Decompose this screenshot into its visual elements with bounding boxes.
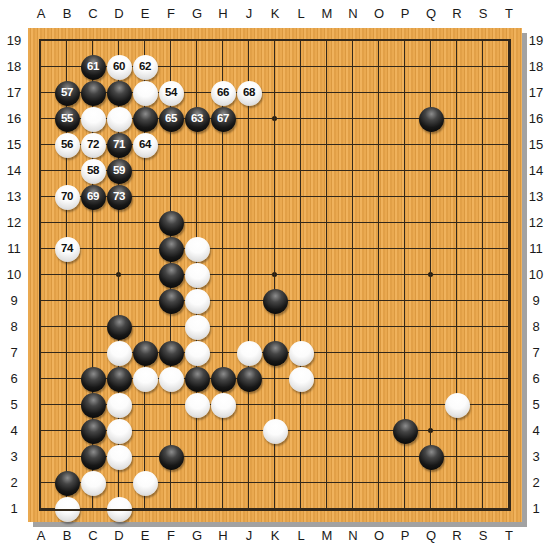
intersection-C16[interactable]: [80, 106, 106, 132]
intersection-C9[interactable]: [80, 288, 106, 314]
intersection-M3[interactable]: [314, 444, 340, 470]
intersection-Q16[interactable]: [418, 106, 444, 132]
intersection-S14[interactable]: [470, 158, 496, 184]
intersection-J11[interactable]: [236, 236, 262, 262]
intersection-D12[interactable]: [106, 210, 132, 236]
intersection-O18[interactable]: [366, 54, 392, 80]
intersection-P1[interactable]: [392, 496, 418, 522]
intersection-D11[interactable]: [106, 236, 132, 262]
intersection-K14[interactable]: [262, 158, 288, 184]
intersection-O9[interactable]: [366, 288, 392, 314]
intersection-L15[interactable]: [288, 132, 314, 158]
intersection-L4[interactable]: [288, 418, 314, 444]
intersection-T2[interactable]: [496, 470, 522, 496]
intersection-P11[interactable]: [392, 236, 418, 262]
intersection-G19[interactable]: [184, 28, 210, 54]
intersection-C10[interactable]: [80, 262, 106, 288]
intersection-L12[interactable]: [288, 210, 314, 236]
intersection-D8[interactable]: [106, 314, 132, 340]
intersection-Q18[interactable]: [418, 54, 444, 80]
intersection-S5[interactable]: [470, 392, 496, 418]
intersection-A17[interactable]: [28, 80, 54, 106]
intersection-M8[interactable]: [314, 314, 340, 340]
intersection-A12[interactable]: [28, 210, 54, 236]
intersection-P6[interactable]: [392, 366, 418, 392]
intersection-A5[interactable]: [28, 392, 54, 418]
intersection-R13[interactable]: [444, 184, 470, 210]
intersection-D18[interactable]: 60: [106, 54, 132, 80]
intersection-C19[interactable]: [80, 28, 106, 54]
intersection-E19[interactable]: [132, 28, 158, 54]
intersection-E18[interactable]: 62: [132, 54, 158, 80]
intersection-D17[interactable]: [106, 80, 132, 106]
intersection-S19[interactable]: [470, 28, 496, 54]
intersection-A15[interactable]: [28, 132, 54, 158]
intersection-B19[interactable]: [54, 28, 80, 54]
intersection-L3[interactable]: [288, 444, 314, 470]
intersection-H16[interactable]: 67: [210, 106, 236, 132]
intersection-N7[interactable]: [340, 340, 366, 366]
intersection-A2[interactable]: [28, 470, 54, 496]
intersection-B2[interactable]: [54, 470, 80, 496]
intersection-F4[interactable]: [158, 418, 184, 444]
intersection-P14[interactable]: [392, 158, 418, 184]
intersection-B8[interactable]: [54, 314, 80, 340]
intersection-R15[interactable]: [444, 132, 470, 158]
intersection-J15[interactable]: [236, 132, 262, 158]
intersection-B18[interactable]: [54, 54, 80, 80]
intersection-M5[interactable]: [314, 392, 340, 418]
intersection-O7[interactable]: [366, 340, 392, 366]
intersection-C13[interactable]: 69: [80, 184, 106, 210]
intersection-G14[interactable]: [184, 158, 210, 184]
intersection-J13[interactable]: [236, 184, 262, 210]
intersection-K4[interactable]: [262, 418, 288, 444]
intersection-P17[interactable]: [392, 80, 418, 106]
intersection-L17[interactable]: [288, 80, 314, 106]
intersection-H8[interactable]: [210, 314, 236, 340]
intersection-T16[interactable]: [496, 106, 522, 132]
intersection-E1[interactable]: [132, 496, 158, 522]
intersection-L8[interactable]: [288, 314, 314, 340]
intersection-Q5[interactable]: [418, 392, 444, 418]
intersection-B12[interactable]: [54, 210, 80, 236]
intersection-H4[interactable]: [210, 418, 236, 444]
intersection-A18[interactable]: [28, 54, 54, 80]
intersection-R5[interactable]: [444, 392, 470, 418]
intersection-D14[interactable]: 59: [106, 158, 132, 184]
intersection-F6[interactable]: [158, 366, 184, 392]
intersection-D3[interactable]: [106, 444, 132, 470]
intersection-J12[interactable]: [236, 210, 262, 236]
intersection-C11[interactable]: [80, 236, 106, 262]
intersection-O2[interactable]: [366, 470, 392, 496]
intersection-N18[interactable]: [340, 54, 366, 80]
intersection-G17[interactable]: [184, 80, 210, 106]
intersection-G12[interactable]: [184, 210, 210, 236]
intersection-H10[interactable]: [210, 262, 236, 288]
intersection-H17[interactable]: 66: [210, 80, 236, 106]
intersection-M15[interactable]: [314, 132, 340, 158]
intersection-F19[interactable]: [158, 28, 184, 54]
intersection-R9[interactable]: [444, 288, 470, 314]
intersection-S2[interactable]: [470, 470, 496, 496]
intersection-H12[interactable]: [210, 210, 236, 236]
intersection-G6[interactable]: [184, 366, 210, 392]
intersection-B9[interactable]: [54, 288, 80, 314]
intersection-K15[interactable]: [262, 132, 288, 158]
intersection-H2[interactable]: [210, 470, 236, 496]
intersection-N8[interactable]: [340, 314, 366, 340]
intersection-O3[interactable]: [366, 444, 392, 470]
intersection-J16[interactable]: [236, 106, 262, 132]
intersection-O11[interactable]: [366, 236, 392, 262]
intersection-M14[interactable]: [314, 158, 340, 184]
intersection-F14[interactable]: [158, 158, 184, 184]
intersection-P15[interactable]: [392, 132, 418, 158]
intersection-H7[interactable]: [210, 340, 236, 366]
intersection-H1[interactable]: [210, 496, 236, 522]
intersection-K10[interactable]: [262, 262, 288, 288]
intersection-G7[interactable]: [184, 340, 210, 366]
intersection-T15[interactable]: [496, 132, 522, 158]
intersection-R14[interactable]: [444, 158, 470, 184]
intersection-K9[interactable]: [262, 288, 288, 314]
intersection-B4[interactable]: [54, 418, 80, 444]
intersection-S12[interactable]: [470, 210, 496, 236]
intersection-E11[interactable]: [132, 236, 158, 262]
intersection-G15[interactable]: [184, 132, 210, 158]
intersection-C2[interactable]: [80, 470, 106, 496]
intersection-E16[interactable]: [132, 106, 158, 132]
intersection-K18[interactable]: [262, 54, 288, 80]
intersection-E15[interactable]: 64: [132, 132, 158, 158]
intersection-N10[interactable]: [340, 262, 366, 288]
intersection-A7[interactable]: [28, 340, 54, 366]
intersection-Q2[interactable]: [418, 470, 444, 496]
intersection-O17[interactable]: [366, 80, 392, 106]
intersection-M13[interactable]: [314, 184, 340, 210]
intersection-D6[interactable]: [106, 366, 132, 392]
intersection-F17[interactable]: 54: [158, 80, 184, 106]
intersection-C12[interactable]: [80, 210, 106, 236]
intersection-O8[interactable]: [366, 314, 392, 340]
intersection-R4[interactable]: [444, 418, 470, 444]
intersection-A16[interactable]: [28, 106, 54, 132]
intersection-S13[interactable]: [470, 184, 496, 210]
intersection-K11[interactable]: [262, 236, 288, 262]
intersection-F5[interactable]: [158, 392, 184, 418]
intersection-L10[interactable]: [288, 262, 314, 288]
intersection-Q3[interactable]: [418, 444, 444, 470]
intersection-H13[interactable]: [210, 184, 236, 210]
intersection-P3[interactable]: [392, 444, 418, 470]
intersection-J1[interactable]: [236, 496, 262, 522]
intersection-P18[interactable]: [392, 54, 418, 80]
intersection-D5[interactable]: [106, 392, 132, 418]
intersection-M1[interactable]: [314, 496, 340, 522]
intersection-K17[interactable]: [262, 80, 288, 106]
intersection-F9[interactable]: [158, 288, 184, 314]
intersection-M4[interactable]: [314, 418, 340, 444]
intersection-D1[interactable]: [106, 496, 132, 522]
intersection-Q15[interactable]: [418, 132, 444, 158]
intersection-E7[interactable]: [132, 340, 158, 366]
intersection-Q19[interactable]: [418, 28, 444, 54]
intersection-C15[interactable]: 72: [80, 132, 106, 158]
intersection-F2[interactable]: [158, 470, 184, 496]
intersection-Q12[interactable]: [418, 210, 444, 236]
intersection-T12[interactable]: [496, 210, 522, 236]
intersection-F13[interactable]: [158, 184, 184, 210]
intersection-E17[interactable]: [132, 80, 158, 106]
intersection-S18[interactable]: [470, 54, 496, 80]
intersection-G18[interactable]: [184, 54, 210, 80]
intersection-O1[interactable]: [366, 496, 392, 522]
intersection-A13[interactable]: [28, 184, 54, 210]
intersection-A1[interactable]: [28, 496, 54, 522]
intersection-H5[interactable]: [210, 392, 236, 418]
intersection-R1[interactable]: [444, 496, 470, 522]
intersection-J3[interactable]: [236, 444, 262, 470]
intersection-N1[interactable]: [340, 496, 366, 522]
intersection-F16[interactable]: 65: [158, 106, 184, 132]
intersection-S10[interactable]: [470, 262, 496, 288]
intersection-Q17[interactable]: [418, 80, 444, 106]
intersection-A6[interactable]: [28, 366, 54, 392]
intersection-G16[interactable]: 63: [184, 106, 210, 132]
intersection-A8[interactable]: [28, 314, 54, 340]
intersection-M6[interactable]: [314, 366, 340, 392]
intersection-T3[interactable]: [496, 444, 522, 470]
intersection-Q4[interactable]: [418, 418, 444, 444]
intersection-R3[interactable]: [444, 444, 470, 470]
intersection-O6[interactable]: [366, 366, 392, 392]
intersection-G5[interactable]: [184, 392, 210, 418]
intersection-Q7[interactable]: [418, 340, 444, 366]
intersection-B5[interactable]: [54, 392, 80, 418]
intersection-N9[interactable]: [340, 288, 366, 314]
intersection-T19[interactable]: [496, 28, 522, 54]
intersection-A11[interactable]: [28, 236, 54, 262]
intersection-S17[interactable]: [470, 80, 496, 106]
intersection-T8[interactable]: [496, 314, 522, 340]
intersection-R19[interactable]: [444, 28, 470, 54]
intersection-F12[interactable]: [158, 210, 184, 236]
intersection-J18[interactable]: [236, 54, 262, 80]
intersection-L6[interactable]: [288, 366, 314, 392]
intersection-N4[interactable]: [340, 418, 366, 444]
intersection-O4[interactable]: [366, 418, 392, 444]
intersection-Q1[interactable]: [418, 496, 444, 522]
intersection-M19[interactable]: [314, 28, 340, 54]
intersection-L7[interactable]: [288, 340, 314, 366]
intersection-M7[interactable]: [314, 340, 340, 366]
intersection-D9[interactable]: [106, 288, 132, 314]
intersection-O13[interactable]: [366, 184, 392, 210]
intersection-R10[interactable]: [444, 262, 470, 288]
intersection-E4[interactable]: [132, 418, 158, 444]
intersection-E2[interactable]: [132, 470, 158, 496]
intersection-K19[interactable]: [262, 28, 288, 54]
intersection-P10[interactable]: [392, 262, 418, 288]
intersection-P7[interactable]: [392, 340, 418, 366]
intersection-Q10[interactable]: [418, 262, 444, 288]
intersection-T5[interactable]: [496, 392, 522, 418]
intersection-L14[interactable]: [288, 158, 314, 184]
intersection-G8[interactable]: [184, 314, 210, 340]
intersection-J19[interactable]: [236, 28, 262, 54]
intersection-H11[interactable]: [210, 236, 236, 262]
intersection-D10[interactable]: [106, 262, 132, 288]
intersection-G10[interactable]: [184, 262, 210, 288]
intersection-B16[interactable]: 55: [54, 106, 80, 132]
intersection-G4[interactable]: [184, 418, 210, 444]
intersection-N19[interactable]: [340, 28, 366, 54]
intersection-R18[interactable]: [444, 54, 470, 80]
intersection-H9[interactable]: [210, 288, 236, 314]
intersection-A19[interactable]: [28, 28, 54, 54]
intersection-E14[interactable]: [132, 158, 158, 184]
intersection-F3[interactable]: [158, 444, 184, 470]
intersection-N5[interactable]: [340, 392, 366, 418]
intersection-Q6[interactable]: [418, 366, 444, 392]
intersection-K3[interactable]: [262, 444, 288, 470]
intersection-E10[interactable]: [132, 262, 158, 288]
intersection-P16[interactable]: [392, 106, 418, 132]
intersection-E6[interactable]: [132, 366, 158, 392]
intersection-G9[interactable]: [184, 288, 210, 314]
intersection-H6[interactable]: [210, 366, 236, 392]
intersection-K13[interactable]: [262, 184, 288, 210]
intersection-D19[interactable]: [106, 28, 132, 54]
intersection-R16[interactable]: [444, 106, 470, 132]
intersection-L11[interactable]: [288, 236, 314, 262]
intersection-E13[interactable]: [132, 184, 158, 210]
intersection-C6[interactable]: [80, 366, 106, 392]
intersection-T4[interactable]: [496, 418, 522, 444]
intersection-G3[interactable]: [184, 444, 210, 470]
intersection-R11[interactable]: [444, 236, 470, 262]
intersection-M12[interactable]: [314, 210, 340, 236]
intersection-F15[interactable]: [158, 132, 184, 158]
intersection-J14[interactable]: [236, 158, 262, 184]
intersection-B11[interactable]: 74: [54, 236, 80, 262]
intersection-A9[interactable]: [28, 288, 54, 314]
intersection-B6[interactable]: [54, 366, 80, 392]
intersection-P2[interactable]: [392, 470, 418, 496]
intersection-D15[interactable]: 71: [106, 132, 132, 158]
intersection-K5[interactable]: [262, 392, 288, 418]
intersection-H14[interactable]: [210, 158, 236, 184]
intersection-H19[interactable]: [210, 28, 236, 54]
intersection-O12[interactable]: [366, 210, 392, 236]
intersection-F18[interactable]: [158, 54, 184, 80]
intersection-F8[interactable]: [158, 314, 184, 340]
intersection-F7[interactable]: [158, 340, 184, 366]
intersection-L1[interactable]: [288, 496, 314, 522]
intersection-O16[interactable]: [366, 106, 392, 132]
intersection-S8[interactable]: [470, 314, 496, 340]
intersection-P4[interactable]: [392, 418, 418, 444]
intersection-P13[interactable]: [392, 184, 418, 210]
intersection-J17[interactable]: 68: [236, 80, 262, 106]
intersection-B17[interactable]: 57: [54, 80, 80, 106]
intersection-N2[interactable]: [340, 470, 366, 496]
intersection-D2[interactable]: [106, 470, 132, 496]
intersection-N12[interactable]: [340, 210, 366, 236]
intersection-Q11[interactable]: [418, 236, 444, 262]
intersection-R2[interactable]: [444, 470, 470, 496]
intersection-T1[interactable]: [496, 496, 522, 522]
intersection-T18[interactable]: [496, 54, 522, 80]
intersection-J5[interactable]: [236, 392, 262, 418]
intersection-G11[interactable]: [184, 236, 210, 262]
intersection-M16[interactable]: [314, 106, 340, 132]
intersection-H18[interactable]: [210, 54, 236, 80]
intersection-K7[interactable]: [262, 340, 288, 366]
intersection-K1[interactable]: [262, 496, 288, 522]
intersection-C5[interactable]: [80, 392, 106, 418]
intersection-G13[interactable]: [184, 184, 210, 210]
intersection-G2[interactable]: [184, 470, 210, 496]
intersection-K2[interactable]: [262, 470, 288, 496]
intersection-K12[interactable]: [262, 210, 288, 236]
intersection-T13[interactable]: [496, 184, 522, 210]
intersection-R6[interactable]: [444, 366, 470, 392]
intersection-B3[interactable]: [54, 444, 80, 470]
intersection-Q13[interactable]: [418, 184, 444, 210]
intersection-L13[interactable]: [288, 184, 314, 210]
intersection-B10[interactable]: [54, 262, 80, 288]
intersection-C17[interactable]: [80, 80, 106, 106]
intersection-M2[interactable]: [314, 470, 340, 496]
intersection-O5[interactable]: [366, 392, 392, 418]
intersection-L9[interactable]: [288, 288, 314, 314]
intersection-B7[interactable]: [54, 340, 80, 366]
intersection-A10[interactable]: [28, 262, 54, 288]
intersection-M10[interactable]: [314, 262, 340, 288]
intersection-P5[interactable]: [392, 392, 418, 418]
intersection-N15[interactable]: [340, 132, 366, 158]
intersection-A14[interactable]: [28, 158, 54, 184]
intersection-E12[interactable]: [132, 210, 158, 236]
intersection-T9[interactable]: [496, 288, 522, 314]
intersection-O14[interactable]: [366, 158, 392, 184]
intersection-B1[interactable]: [54, 496, 80, 522]
intersection-T7[interactable]: [496, 340, 522, 366]
intersection-M17[interactable]: [314, 80, 340, 106]
intersection-N11[interactable]: [340, 236, 366, 262]
intersection-L2[interactable]: [288, 470, 314, 496]
intersection-T11[interactable]: [496, 236, 522, 262]
intersection-Q14[interactable]: [418, 158, 444, 184]
intersection-T10[interactable]: [496, 262, 522, 288]
intersection-S7[interactable]: [470, 340, 496, 366]
intersection-R17[interactable]: [444, 80, 470, 106]
intersection-S11[interactable]: [470, 236, 496, 262]
intersection-H3[interactable]: [210, 444, 236, 470]
intersection-C14[interactable]: 58: [80, 158, 106, 184]
intersection-K16[interactable]: [262, 106, 288, 132]
intersection-K8[interactable]: [262, 314, 288, 340]
intersection-Q8[interactable]: [418, 314, 444, 340]
intersection-P9[interactable]: [392, 288, 418, 314]
intersection-O15[interactable]: [366, 132, 392, 158]
intersection-C1[interactable]: [80, 496, 106, 522]
intersection-M9[interactable]: [314, 288, 340, 314]
intersection-S6[interactable]: [470, 366, 496, 392]
